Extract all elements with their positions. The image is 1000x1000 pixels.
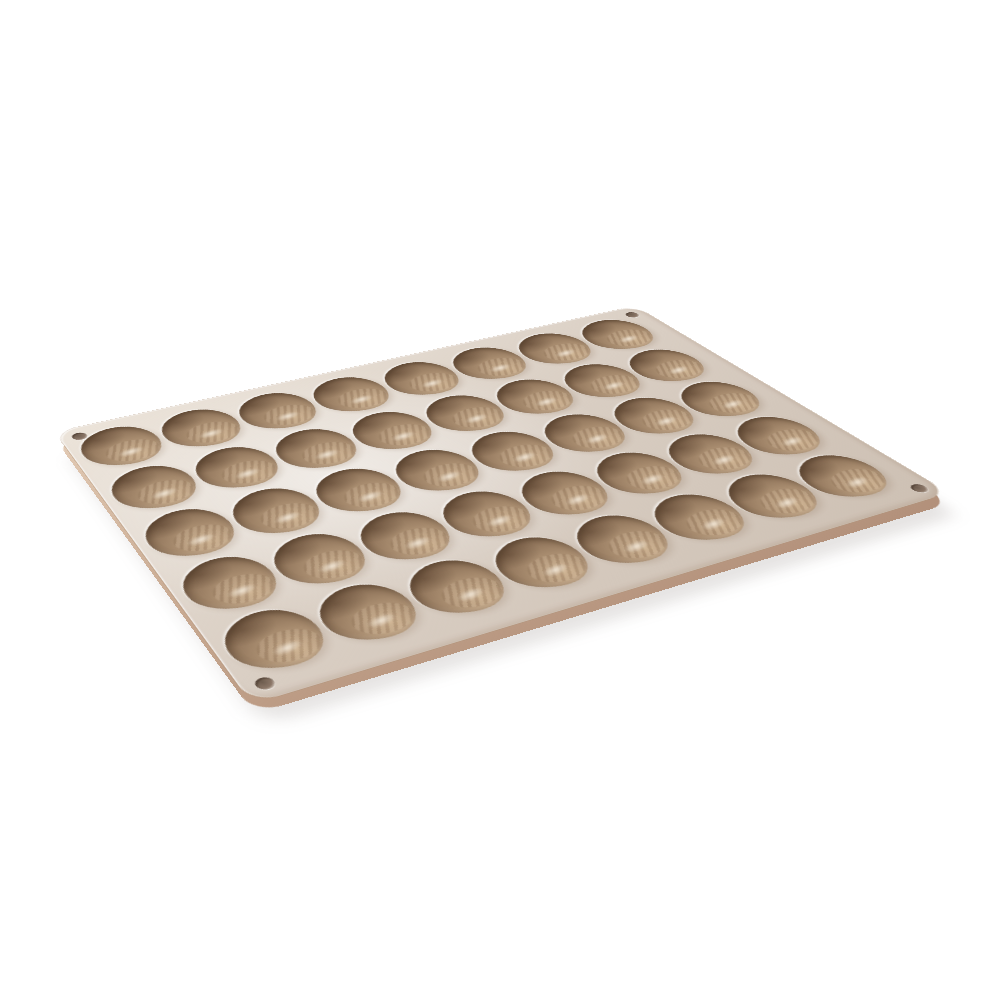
corner-hole-bottom [251,675,277,691]
corner-hole-right [907,483,931,494]
product-photo-canvas [0,0,1000,1000]
corner-hole-top [623,311,641,318]
